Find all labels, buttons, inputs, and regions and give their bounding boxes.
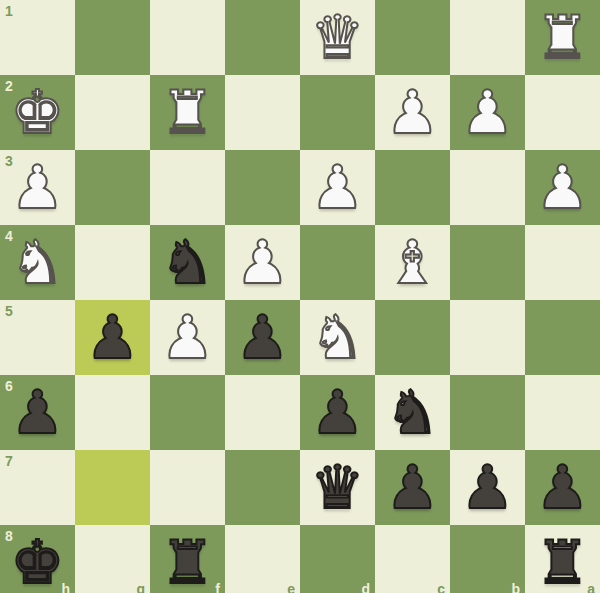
square-f5[interactable]: ♟ xyxy=(150,300,225,375)
square-a3[interactable]: ♟ xyxy=(525,150,600,225)
square-g4[interactable] xyxy=(75,225,150,300)
black-knight-c6[interactable]: ♞ xyxy=(375,375,450,450)
square-f8[interactable]: ♜f xyxy=(150,525,225,593)
white-pawn-b2[interactable]: ♟ xyxy=(450,75,525,150)
square-c4[interactable]: ♝ xyxy=(375,225,450,300)
square-c3[interactable] xyxy=(375,150,450,225)
square-c8[interactable]: c xyxy=(375,525,450,593)
square-b7[interactable]: ♟ xyxy=(450,450,525,525)
square-e1[interactable] xyxy=(225,0,300,75)
white-pawn-d3[interactable]: ♟ xyxy=(300,150,375,225)
square-d2[interactable] xyxy=(300,75,375,150)
square-b2[interactable]: ♟ xyxy=(450,75,525,150)
white-pawn-e4[interactable]: ♟ xyxy=(225,225,300,300)
square-e5[interactable]: ♟ xyxy=(225,300,300,375)
square-d6[interactable]: ♟ xyxy=(300,375,375,450)
square-c1[interactable] xyxy=(375,0,450,75)
square-d8[interactable]: d xyxy=(300,525,375,593)
square-b5[interactable] xyxy=(450,300,525,375)
black-queen-d7[interactable]: ♛ xyxy=(300,450,375,525)
square-e6[interactable] xyxy=(225,375,300,450)
square-a6[interactable] xyxy=(525,375,600,450)
black-pawn-b7[interactable]: ♟ xyxy=(450,450,525,525)
file-label-c: c xyxy=(437,581,445,593)
square-b6[interactable] xyxy=(450,375,525,450)
chess-board: 1♛♜♚2♜♟♟♟3♟♟♞4♞♟♝5♟♟♟♞♟6♟♞7♛♟♟♟♚8hg♜fedc… xyxy=(0,0,600,593)
square-h8[interactable]: ♚8h xyxy=(0,525,75,593)
square-e3[interactable] xyxy=(225,150,300,225)
square-d7[interactable]: ♛ xyxy=(300,450,375,525)
square-d3[interactable]: ♟ xyxy=(300,150,375,225)
square-c6[interactable]: ♞ xyxy=(375,375,450,450)
square-b4[interactable] xyxy=(450,225,525,300)
square-c2[interactable]: ♟ xyxy=(375,75,450,150)
square-g3[interactable] xyxy=(75,150,150,225)
black-pawn-g5[interactable]: ♟ xyxy=(75,300,150,375)
square-a5[interactable] xyxy=(525,300,600,375)
board-container: 1♛♜♚2♜♟♟♟3♟♟♞4♞♟♝5♟♟♟♞♟6♟♞7♛♟♟♟♚8hg♜fedc… xyxy=(0,0,600,593)
square-a8[interactable]: ♜a xyxy=(525,525,600,593)
square-a4[interactable] xyxy=(525,225,600,300)
square-b3[interactable] xyxy=(450,150,525,225)
square-g1[interactable] xyxy=(75,0,150,75)
square-d5[interactable]: ♞ xyxy=(300,300,375,375)
white-pawn-c2[interactable]: ♟ xyxy=(375,75,450,150)
white-rook-a1[interactable]: ♜ xyxy=(525,0,600,75)
square-g2[interactable] xyxy=(75,75,150,150)
square-b8[interactable]: b xyxy=(450,525,525,593)
white-queen-d1[interactable]: ♛ xyxy=(300,0,375,75)
file-label-b: b xyxy=(511,581,520,593)
square-h5[interactable]: 5 xyxy=(0,300,75,375)
rank-label-5: 5 xyxy=(5,303,13,319)
square-c5[interactable] xyxy=(375,300,450,375)
square-f3[interactable] xyxy=(150,150,225,225)
square-e7[interactable] xyxy=(225,450,300,525)
white-pawn-h3[interactable]: ♟ xyxy=(0,150,75,225)
square-b1[interactable] xyxy=(450,0,525,75)
file-label-e: e xyxy=(287,581,295,593)
white-pawn-a3[interactable]: ♟ xyxy=(525,150,600,225)
white-bishop-c4[interactable]: ♝ xyxy=(375,225,450,300)
rank-label-1: 1 xyxy=(5,3,13,19)
white-pawn-f5[interactable]: ♟ xyxy=(150,300,225,375)
square-e4[interactable]: ♟ xyxy=(225,225,300,300)
file-label-d: d xyxy=(361,581,370,593)
square-f6[interactable] xyxy=(150,375,225,450)
white-knight-d5[interactable]: ♞ xyxy=(300,300,375,375)
white-king-h2[interactable]: ♚ xyxy=(0,75,75,150)
square-a1[interactable]: ♜ xyxy=(525,0,600,75)
square-f2[interactable]: ♜ xyxy=(150,75,225,150)
square-h4[interactable]: ♞4 xyxy=(0,225,75,300)
square-a7[interactable]: ♟ xyxy=(525,450,600,525)
square-a2[interactable] xyxy=(525,75,600,150)
square-e2[interactable] xyxy=(225,75,300,150)
white-knight-h4[interactable]: ♞ xyxy=(0,225,75,300)
file-label-g: g xyxy=(136,581,145,593)
black-pawn-h6[interactable]: ♟ xyxy=(0,375,75,450)
black-pawn-e5[interactable]: ♟ xyxy=(225,300,300,375)
black-pawn-c7[interactable]: ♟ xyxy=(375,450,450,525)
square-g5[interactable]: ♟ xyxy=(75,300,150,375)
square-f4[interactable]: ♞ xyxy=(150,225,225,300)
square-h6[interactable]: ♟6 xyxy=(0,375,75,450)
square-h1[interactable]: 1 xyxy=(0,0,75,75)
square-f7[interactable] xyxy=(150,450,225,525)
square-d4[interactable] xyxy=(300,225,375,300)
white-rook-f2[interactable]: ♜ xyxy=(150,75,225,150)
square-c7[interactable]: ♟ xyxy=(375,450,450,525)
square-d1[interactable]: ♛ xyxy=(300,0,375,75)
square-g8[interactable]: g xyxy=(75,525,150,593)
black-rook-a8[interactable]: ♜ xyxy=(525,525,600,593)
black-king-h8[interactable]: ♚ xyxy=(0,525,75,593)
square-f1[interactable] xyxy=(150,0,225,75)
black-pawn-a7[interactable]: ♟ xyxy=(525,450,600,525)
square-e8[interactable]: e xyxy=(225,525,300,593)
square-g7[interactable] xyxy=(75,450,150,525)
rank-label-7: 7 xyxy=(5,453,13,469)
square-h7[interactable]: 7 xyxy=(0,450,75,525)
black-knight-f4[interactable]: ♞ xyxy=(150,225,225,300)
black-pawn-d6[interactable]: ♟ xyxy=(300,375,375,450)
black-rook-f8[interactable]: ♜ xyxy=(150,525,225,593)
square-h2[interactable]: ♚2 xyxy=(0,75,75,150)
square-g6[interactable] xyxy=(75,375,150,450)
square-h3[interactable]: ♟3 xyxy=(0,150,75,225)
